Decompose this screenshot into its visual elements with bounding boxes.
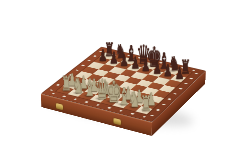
square-g1: ♞ xyxy=(124,103,142,111)
chess-board: ♜♞♝♛♚♝♞♜♟♟♟♟♟♟♟♟♟♟♟♟♟♟♟♟♜♞♝♛♚♝♞♜ xyxy=(41,47,206,122)
inlay-dot xyxy=(52,93,55,95)
brass-clasp xyxy=(113,118,120,125)
inlay-dot xyxy=(108,107,111,109)
inlay-dot xyxy=(75,69,78,70)
inlay-dot xyxy=(117,52,120,53)
inlay-dot xyxy=(170,65,173,66)
inlay-dot xyxy=(127,55,130,56)
inlay-dot xyxy=(106,50,109,51)
inlay-dot xyxy=(93,55,96,56)
inlay-dot xyxy=(181,67,184,68)
inlay-dot xyxy=(156,109,159,111)
inlay-dot xyxy=(184,83,187,84)
black-king: ♚ xyxy=(147,45,155,69)
inlay-dot xyxy=(192,70,195,71)
black-queen: ♛ xyxy=(136,44,144,66)
inlay-dot xyxy=(131,113,134,115)
board-3d-scene: ♜♞♝♛♚♝♞♜♟♟♟♟♟♟♟♟♟♟♟♟♟♟♟♟♜♞♝♛♚♝♞♜ xyxy=(0,0,240,150)
square-h7: ♟ xyxy=(170,75,187,83)
inlay-dot xyxy=(69,74,72,75)
inlay-dot xyxy=(138,57,141,58)
chess-set-product-photo[interactable]: ♜♞♝♛♚♝♞♜♟♟♟♟♟♟♟♟♟♟♟♟♟♟♟♟♜♞♝♛♚♝♞♜ xyxy=(0,0,240,150)
square-h1: ♜ xyxy=(135,106,153,114)
inlay-dot xyxy=(82,65,85,66)
inlay-dot xyxy=(179,88,182,90)
inlay-dot xyxy=(173,93,176,95)
inlay-dot xyxy=(162,104,165,106)
inlay-dot xyxy=(96,104,99,106)
inlay-dot xyxy=(150,115,153,117)
inlay-dot xyxy=(149,60,152,61)
inlay-dot xyxy=(99,51,102,52)
brass-clasp xyxy=(56,103,63,110)
inlay-dot xyxy=(56,84,59,85)
inlay-dot xyxy=(168,98,171,100)
inlay-dot xyxy=(63,79,66,80)
inlay-dot xyxy=(50,89,53,91)
inlay-dot xyxy=(63,96,66,98)
inlay-dot xyxy=(74,98,77,100)
inlay-dot xyxy=(85,101,88,103)
inlay-dot xyxy=(143,116,146,118)
inlay-dot xyxy=(159,62,162,63)
inlay-dot xyxy=(88,60,91,61)
inlay-dot xyxy=(195,73,198,74)
inlay-dot xyxy=(119,110,122,112)
inlay-dot xyxy=(190,78,193,79)
